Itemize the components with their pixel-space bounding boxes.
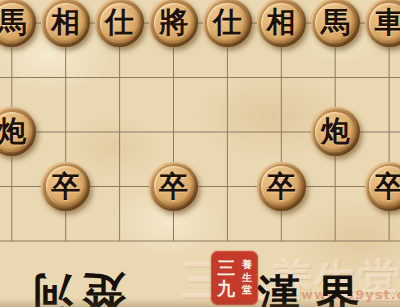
piece-character: 卒 (51, 172, 80, 201)
piece-character: 卒 (375, 172, 400, 201)
piece-cannon[interactable]: 炮 (311, 107, 360, 156)
piece-soldier[interactable]: 卒 (41, 162, 90, 211)
piece-character: 卒 (267, 172, 296, 201)
piece-character: 相 (51, 8, 80, 37)
piece-character: 卒 (159, 172, 188, 201)
bottom-shadow (0, 298, 400, 307)
xiangqi-board: 三九养生堂 www.39yst.com 楚河 漢界 三九 養生堂 馬相仕將仕相馬… (0, 0, 400, 307)
piece-character: 仕 (105, 8, 134, 37)
piece-horse[interactable]: 馬 (311, 0, 360, 47)
piece-soldier[interactable]: 卒 (365, 162, 400, 211)
piece-advisor[interactable]: 仕 (95, 0, 144, 47)
piece-advisor[interactable]: 仕 (203, 0, 252, 47)
piece-character: 仕 (213, 8, 242, 37)
piece-character: 馬 (0, 8, 26, 37)
piece-character: 炮 (0, 117, 26, 146)
pieces-layer: 馬相仕將仕相馬車炮炮卒卒卒卒 (0, 0, 400, 268)
piece-character: 將 (159, 8, 188, 37)
piece-character: 相 (267, 8, 296, 37)
piece-cannon[interactable]: 炮 (0, 107, 36, 156)
piece-elephant[interactable]: 相 (257, 0, 306, 47)
piece-chariot[interactable]: 車 (365, 0, 400, 47)
piece-character: 炮 (321, 117, 350, 146)
piece-elephant[interactable]: 相 (41, 0, 90, 47)
piece-horse[interactable]: 馬 (0, 0, 36, 47)
piece-character: 車 (375, 8, 400, 37)
piece-general[interactable]: 將 (149, 0, 198, 47)
piece-soldier[interactable]: 卒 (149, 162, 198, 211)
piece-soldier[interactable]: 卒 (257, 162, 306, 211)
piece-character: 馬 (321, 8, 350, 37)
